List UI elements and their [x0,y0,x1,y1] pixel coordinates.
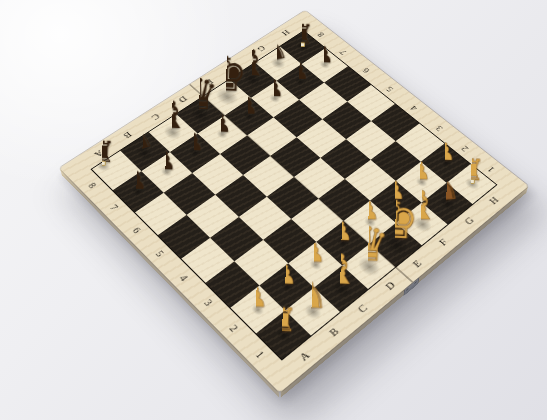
rank-label-near-1: 1 [253,350,266,361]
file-label-near-D: D [384,280,398,292]
rank-label-near-6: 6 [130,226,142,235]
file-label-near-B: B [328,326,342,338]
piece-glyph: ♟ [125,168,148,193]
file-label-near-C: C [356,303,369,315]
file-label-near-A: A [298,350,312,363]
chess-board: 87654321 87654321 HGFEDCBA HGFEDCBA ♜♞♟♝… [59,10,528,392]
photo-backdrop: 87654321 87654321 HGFEDCBA HGFEDCBA ♜♞♟♝… [0,0,547,420]
piece-glyph: ♟ [244,284,268,311]
rank-label-near-4: 4 [177,273,189,283]
rank-label-far-4: 4 [410,104,421,112]
rank-label-near-2: 2 [227,323,240,334]
piece-glyph: ♜ [267,304,297,337]
rank-label-near-8: 8 [86,181,98,190]
rank-label-far-3: 3 [435,123,446,131]
rank-label-near-7: 7 [108,203,120,212]
rank-label-near-5: 5 [153,249,165,259]
file-label-near-H: H [488,196,501,207]
file-label-near-E: E [412,259,425,270]
piece-layer: ♜♞♟♝♟♚♟♛♟♝♟♞♟♟♜♟♟♜♟♟♞♟♝♟♚♟♛♟♝♟♞♜ [90,30,498,361]
rank-label-far-5: 5 [386,85,396,93]
rank-label-near-3: 3 [201,298,214,308]
camera-tilt: 87654321 87654321 HGFEDCBA HGFEDCBA ♜♞♟♝… [0,0,547,420]
rank-label-far-6: 6 [362,66,372,74]
maker-stamp [98,161,105,166]
scene: 87654321 87654321 HGFEDCBA HGFEDCBA ♜♞♟♝… [0,0,547,420]
file-label-near-G: G [463,216,476,227]
